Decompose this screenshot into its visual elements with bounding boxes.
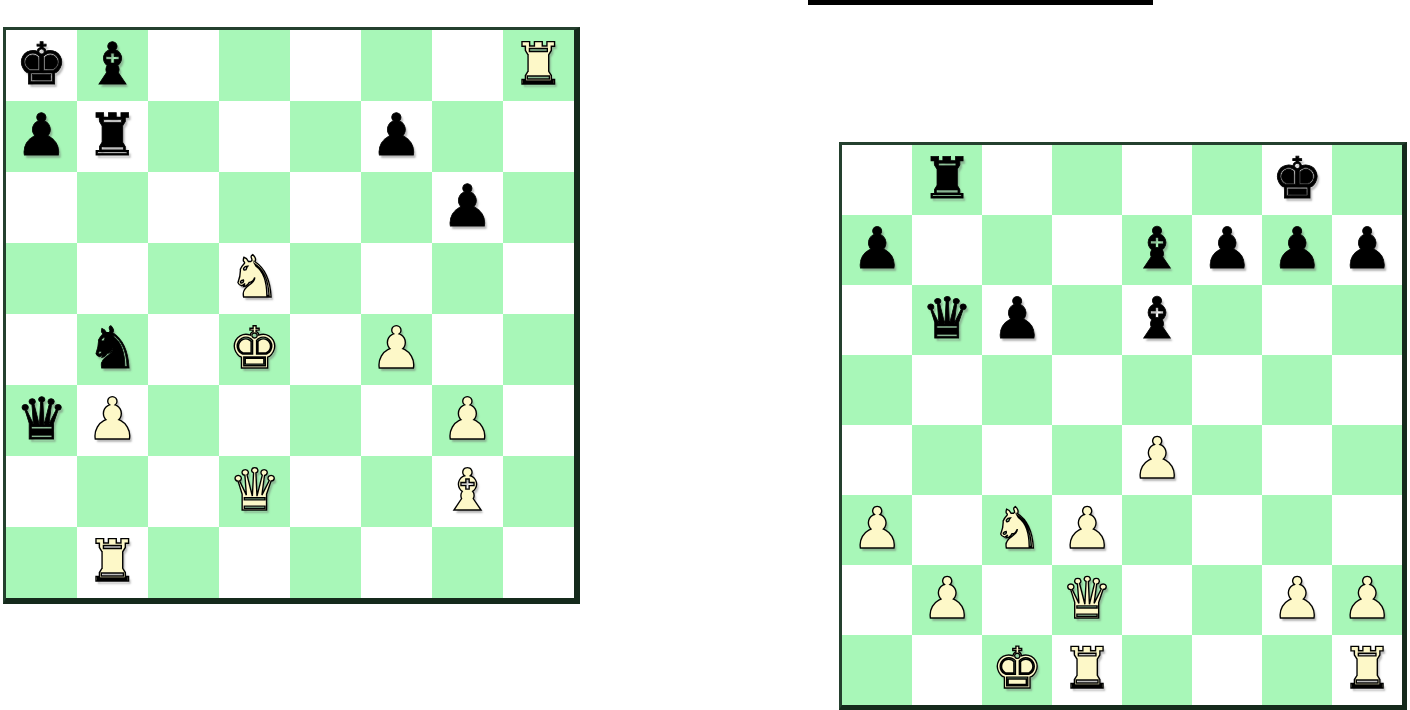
- square-b7: ♜: [77, 101, 148, 172]
- square-h4: [1332, 425, 1402, 495]
- white-pawn-piece: ♟: [1271, 570, 1322, 627]
- white-queen-piece: ♛: [1061, 570, 1112, 627]
- square-h6: [1332, 285, 1402, 355]
- square-a1: [842, 635, 912, 705]
- white-bishop-piece: ♝: [442, 461, 494, 519]
- white-pawn-piece: ♟: [851, 500, 902, 557]
- square-h5: [1332, 355, 1402, 425]
- square-a2: [6, 456, 77, 527]
- white-rook-piece: ♜: [87, 532, 139, 590]
- square-d1: ♜: [1052, 635, 1122, 705]
- square-f5: [361, 243, 432, 314]
- white-rook-piece: ♜: [1341, 640, 1392, 697]
- square-c8: [982, 145, 1052, 215]
- square-h8: [1332, 145, 1402, 215]
- square-a3: ♟: [842, 495, 912, 565]
- square-b4: ♞: [77, 314, 148, 385]
- white-pawn-piece: ♟: [371, 319, 423, 377]
- square-e4: ♟: [1122, 425, 1192, 495]
- square-h2: [503, 456, 574, 527]
- square-a7: ♟: [6, 101, 77, 172]
- square-a2: [842, 565, 912, 635]
- square-d1: [219, 527, 290, 598]
- square-e5: [290, 243, 361, 314]
- square-d2: ♛: [1052, 565, 1122, 635]
- square-d7: [219, 101, 290, 172]
- square-a8: ♚: [6, 30, 77, 101]
- square-c2: [982, 565, 1052, 635]
- square-e1: [1122, 635, 1192, 705]
- square-d5: [1052, 355, 1122, 425]
- black-bishop-piece: ♝: [87, 35, 139, 93]
- square-b6: ♛: [912, 285, 982, 355]
- square-d8: [219, 30, 290, 101]
- black-queen-piece: ♛: [16, 390, 68, 448]
- square-g1: [1262, 635, 1332, 705]
- white-pawn-piece: ♟: [1131, 430, 1182, 487]
- white-queen-piece: ♛: [229, 461, 281, 519]
- black-pawn-piece: ♟: [371, 106, 423, 164]
- square-b4: [912, 425, 982, 495]
- square-h8: ♜: [503, 30, 574, 101]
- square-f7: ♟: [361, 101, 432, 172]
- black-queen-piece: ♛: [921, 290, 972, 347]
- square-g1: [432, 527, 503, 598]
- square-g7: [432, 101, 503, 172]
- white-king-piece: ♚: [229, 319, 281, 377]
- square-h7: [503, 101, 574, 172]
- square-g3: [1262, 495, 1332, 565]
- square-f4: ♟: [361, 314, 432, 385]
- black-pawn-piece: ♟: [16, 106, 68, 164]
- square-c6: [148, 172, 219, 243]
- square-b2: [77, 456, 148, 527]
- square-g8: [432, 30, 503, 101]
- square-d4: [1052, 425, 1122, 495]
- square-g6: [1262, 285, 1332, 355]
- square-f6: [361, 172, 432, 243]
- chess-diagram-left: ♚♝♜♟♜♟♟♞♞♚♟♛♟♟♛♝♜: [3, 27, 580, 604]
- square-e5: [1122, 355, 1192, 425]
- black-king-piece: ♚: [16, 35, 68, 93]
- square-h6: [503, 172, 574, 243]
- square-h1: ♜: [1332, 635, 1402, 705]
- white-knight-piece: ♞: [229, 248, 281, 306]
- square-e6: [290, 172, 361, 243]
- square-g8: ♚: [1262, 145, 1332, 215]
- square-b5: [912, 355, 982, 425]
- white-king-piece: ♚: [991, 640, 1042, 697]
- black-pawn-piece: ♟: [442, 177, 494, 235]
- title-underline-rule: [808, 0, 1153, 5]
- square-b8: ♜: [912, 145, 982, 215]
- white-pawn-piece: ♟: [442, 390, 494, 448]
- square-h5: [503, 243, 574, 314]
- black-bishop-piece: ♝: [1131, 220, 1182, 277]
- square-a5: [842, 355, 912, 425]
- square-c7: [982, 215, 1052, 285]
- square-d5: ♞: [219, 243, 290, 314]
- square-a5: [6, 243, 77, 314]
- square-g4: [1262, 425, 1332, 495]
- white-pawn-piece: ♟: [921, 570, 972, 627]
- square-b3: ♟: [77, 385, 148, 456]
- square-f3: [1192, 495, 1262, 565]
- square-a4: [842, 425, 912, 495]
- square-c3: ♞: [982, 495, 1052, 565]
- square-d8: [1052, 145, 1122, 215]
- black-knight-piece: ♞: [87, 319, 139, 377]
- square-e3: [290, 385, 361, 456]
- chess-diagram-right: ♜♚♟♝♟♟♟♛♟♝♟♟♞♟♟♛♟♟♚♜♜: [839, 142, 1407, 710]
- square-b2: ♟: [912, 565, 982, 635]
- square-e2: [290, 456, 361, 527]
- square-f3: [361, 385, 432, 456]
- square-c7: [148, 101, 219, 172]
- square-b3: [912, 495, 982, 565]
- square-b8: ♝: [77, 30, 148, 101]
- square-g7: ♟: [1262, 215, 1332, 285]
- square-f8: [1192, 145, 1262, 215]
- square-c8: [148, 30, 219, 101]
- square-b1: ♜: [77, 527, 148, 598]
- square-e7: [290, 101, 361, 172]
- square-d6: [1052, 285, 1122, 355]
- square-a6: [842, 285, 912, 355]
- square-a4: [6, 314, 77, 385]
- square-h2: ♟: [1332, 565, 1402, 635]
- square-g5: [432, 243, 503, 314]
- white-pawn-piece: ♟: [87, 390, 139, 448]
- square-f5: [1192, 355, 1262, 425]
- square-g6: ♟: [432, 172, 503, 243]
- square-f8: [361, 30, 432, 101]
- square-h3: [503, 385, 574, 456]
- square-c1: [148, 527, 219, 598]
- document-page: ♚♝♜♟♜♟♟♞♞♚♟♛♟♟♛♝♜ ♜♚♟♝♟♟♟♛♟♝♟♟♞♟♟♛♟♟♚♜♜: [0, 0, 1410, 710]
- square-g5: [1262, 355, 1332, 425]
- black-rook-piece: ♜: [921, 150, 972, 207]
- square-f6: [1192, 285, 1262, 355]
- square-f7: ♟: [1192, 215, 1262, 285]
- square-a6: [6, 172, 77, 243]
- square-a1: [6, 527, 77, 598]
- square-c6: ♟: [982, 285, 1052, 355]
- square-h3: [1332, 495, 1402, 565]
- square-c3: [148, 385, 219, 456]
- square-d3: ♟: [1052, 495, 1122, 565]
- square-f4: [1192, 425, 1262, 495]
- square-e8: [290, 30, 361, 101]
- square-g2: ♝: [432, 456, 503, 527]
- white-rook-piece: ♜: [1061, 640, 1112, 697]
- square-c2: [148, 456, 219, 527]
- black-pawn-piece: ♟: [1271, 220, 1322, 277]
- square-e8: [1122, 145, 1192, 215]
- square-e6: ♝: [1122, 285, 1192, 355]
- square-c5: [148, 243, 219, 314]
- square-d3: [219, 385, 290, 456]
- black-bishop-piece: ♝: [1131, 290, 1182, 347]
- square-f2: [1192, 565, 1262, 635]
- square-g4: [432, 314, 503, 385]
- square-a3: ♛: [6, 385, 77, 456]
- square-h1: [503, 527, 574, 598]
- square-b1: [912, 635, 982, 705]
- square-f2: [361, 456, 432, 527]
- black-king-piece: ♚: [1271, 150, 1322, 207]
- white-pawn-piece: ♟: [1061, 500, 1112, 557]
- square-d6: [219, 172, 290, 243]
- square-d7: [1052, 215, 1122, 285]
- square-b7: [912, 215, 982, 285]
- square-e4: [290, 314, 361, 385]
- square-e7: ♝: [1122, 215, 1192, 285]
- square-b5: [77, 243, 148, 314]
- white-knight-piece: ♞: [991, 500, 1042, 557]
- square-f1: [1192, 635, 1262, 705]
- square-h7: ♟: [1332, 215, 1402, 285]
- black-pawn-piece: ♟: [1341, 220, 1392, 277]
- square-g3: ♟: [432, 385, 503, 456]
- square-b6: [77, 172, 148, 243]
- black-pawn-piece: ♟: [991, 290, 1042, 347]
- white-rook-piece: ♜: [513, 35, 565, 93]
- square-a8: [842, 145, 912, 215]
- square-e3: [1122, 495, 1192, 565]
- black-rook-piece: ♜: [87, 106, 139, 164]
- square-a7: ♟: [842, 215, 912, 285]
- square-d2: ♛: [219, 456, 290, 527]
- black-pawn-piece: ♟: [851, 220, 902, 277]
- square-f1: [361, 527, 432, 598]
- square-c5: [982, 355, 1052, 425]
- square-e2: [1122, 565, 1192, 635]
- black-pawn-piece: ♟: [1201, 220, 1252, 277]
- square-e1: [290, 527, 361, 598]
- square-g2: ♟: [1262, 565, 1332, 635]
- square-d4: ♚: [219, 314, 290, 385]
- square-c4: [148, 314, 219, 385]
- square-c4: [982, 425, 1052, 495]
- square-h4: [503, 314, 574, 385]
- white-pawn-piece: ♟: [1341, 570, 1392, 627]
- square-c1: ♚: [982, 635, 1052, 705]
